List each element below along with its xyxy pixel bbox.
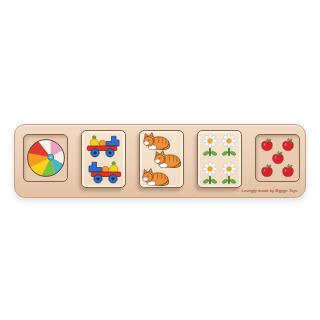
beach-ball-icon xyxy=(26,138,66,178)
tray-slot-grid xyxy=(15,125,305,197)
tile-3-art xyxy=(140,131,183,187)
toy-train-icon xyxy=(85,134,123,158)
daisy-flower-icon xyxy=(219,133,239,159)
apple-icon xyxy=(260,164,275,179)
brand-imprint: Lovingly made by Bigjigs Toys xyxy=(242,188,298,193)
cat-icon xyxy=(142,132,172,151)
tile-2-art xyxy=(82,131,125,187)
cat-icon xyxy=(153,150,183,169)
tile-2-trains[interactable] xyxy=(81,130,126,188)
tile-4-flowers[interactable] xyxy=(197,130,242,188)
daisy-flower-icon xyxy=(219,161,239,187)
daisy-flower-icon xyxy=(200,133,220,159)
puzzle-tray: Lovingly made by Bigjigs Toys xyxy=(14,124,306,198)
tile-5-art xyxy=(256,135,299,181)
tile-1-art xyxy=(24,135,67,181)
tile-3-cats[interactable] xyxy=(139,130,184,188)
apple-icon xyxy=(281,164,296,179)
daisy-flower-icon xyxy=(200,161,220,187)
tile-4-art xyxy=(198,131,241,187)
tile-5-apples[interactable] xyxy=(255,134,300,182)
cat-icon xyxy=(141,167,171,186)
tile-1-beach-ball[interactable] xyxy=(23,134,68,182)
toy-train-icon xyxy=(85,160,123,184)
